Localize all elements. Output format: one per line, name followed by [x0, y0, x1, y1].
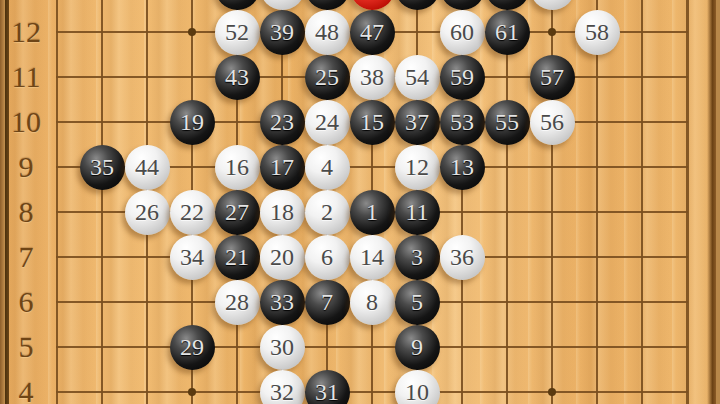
row-label-12: 12	[4, 12, 48, 52]
stone-b-e13	[215, 0, 260, 10]
stone-23: 23	[260, 100, 305, 145]
star-point	[548, 28, 556, 36]
stone-31: 31	[305, 370, 350, 404]
grid-vline-2	[101, 0, 103, 404]
row-label-11: 11	[4, 57, 48, 97]
stone-2: 2	[305, 190, 350, 235]
star-point	[188, 388, 196, 396]
row-label-10: 10	[4, 102, 48, 142]
stone-48: 48	[305, 10, 350, 55]
stone-12: 12	[395, 145, 440, 190]
stone-6: 6	[305, 235, 350, 280]
stone-37: 37	[395, 100, 440, 145]
star-point	[548, 388, 556, 396]
stone-29: 29	[170, 325, 215, 370]
row-label-9: 9	[4, 147, 48, 187]
stone-11: 11	[395, 190, 440, 235]
row-label-5: 5	[4, 327, 48, 367]
stone-b-j13	[440, 0, 485, 10]
stone-b-i13	[395, 0, 440, 10]
stone-44: 44	[125, 145, 170, 190]
stone-56: 56	[530, 100, 575, 145]
stone-10: 10	[395, 370, 440, 404]
stone-21: 21	[215, 235, 260, 280]
row-label-4: 4	[4, 372, 48, 404]
stone-57: 57	[530, 55, 575, 100]
stone-34: 34	[170, 235, 215, 280]
stone-53: 53	[440, 100, 485, 145]
stone-20: 20	[260, 235, 305, 280]
grid-hline-5	[56, 346, 688, 348]
stone-22: 22	[170, 190, 215, 235]
red-marked-stone-h13	[350, 0, 395, 10]
stone-27: 27	[215, 190, 260, 235]
stone-58: 58	[575, 10, 620, 55]
grid-vline-15	[686, 0, 689, 404]
stone-54: 54	[395, 55, 440, 100]
stone-b-g13	[305, 0, 350, 10]
stone-26: 26	[125, 190, 170, 235]
stone-61: 61	[485, 10, 530, 55]
star-point	[188, 28, 196, 36]
stone-16: 16	[215, 145, 260, 190]
row-label-6: 6	[4, 282, 48, 322]
stone-35: 35	[80, 145, 125, 190]
stone-36: 36	[440, 235, 485, 280]
stone-52: 52	[215, 10, 260, 55]
grid-vline-14	[641, 0, 643, 404]
stone-39: 39	[260, 10, 305, 55]
stone-b-k13	[485, 0, 530, 10]
stone-w-f13	[260, 0, 305, 10]
grid-hline-4	[56, 391, 688, 393]
stone-17: 17	[260, 145, 305, 190]
stone-14: 14	[350, 235, 395, 280]
stone-28: 28	[215, 280, 260, 325]
grid-vline-13	[596, 0, 598, 404]
go-board[interactable]: 121110987654 523948476061584325385459571…	[0, 0, 720, 404]
stone-59: 59	[440, 55, 485, 100]
board-right-edge	[716, 0, 720, 404]
stone-w-l13	[530, 0, 575, 10]
stone-30: 30	[260, 325, 305, 370]
stone-1: 1	[350, 190, 395, 235]
stone-18: 18	[260, 190, 305, 235]
grid-vline-11	[506, 0, 508, 404]
stone-3: 3	[395, 235, 440, 280]
stone-32: 32	[260, 370, 305, 404]
stone-7: 7	[305, 280, 350, 325]
stone-15: 15	[350, 100, 395, 145]
stone-4: 4	[305, 145, 350, 190]
stone-9: 9	[395, 325, 440, 370]
board-right-edge-shadow	[707, 0, 716, 404]
stone-25: 25	[305, 55, 350, 100]
stone-33: 33	[260, 280, 305, 325]
stone-24: 24	[305, 100, 350, 145]
stone-5: 5	[395, 280, 440, 325]
stone-13: 13	[440, 145, 485, 190]
stone-47: 47	[350, 10, 395, 55]
stone-8: 8	[350, 280, 395, 325]
stone-60: 60	[440, 10, 485, 55]
grid-vline-1	[56, 0, 58, 404]
row-label-7: 7	[4, 237, 48, 277]
stone-19: 19	[170, 100, 215, 145]
stone-55: 55	[485, 100, 530, 145]
stone-38: 38	[350, 55, 395, 100]
stone-43: 43	[215, 55, 260, 100]
row-label-8: 8	[4, 192, 48, 232]
